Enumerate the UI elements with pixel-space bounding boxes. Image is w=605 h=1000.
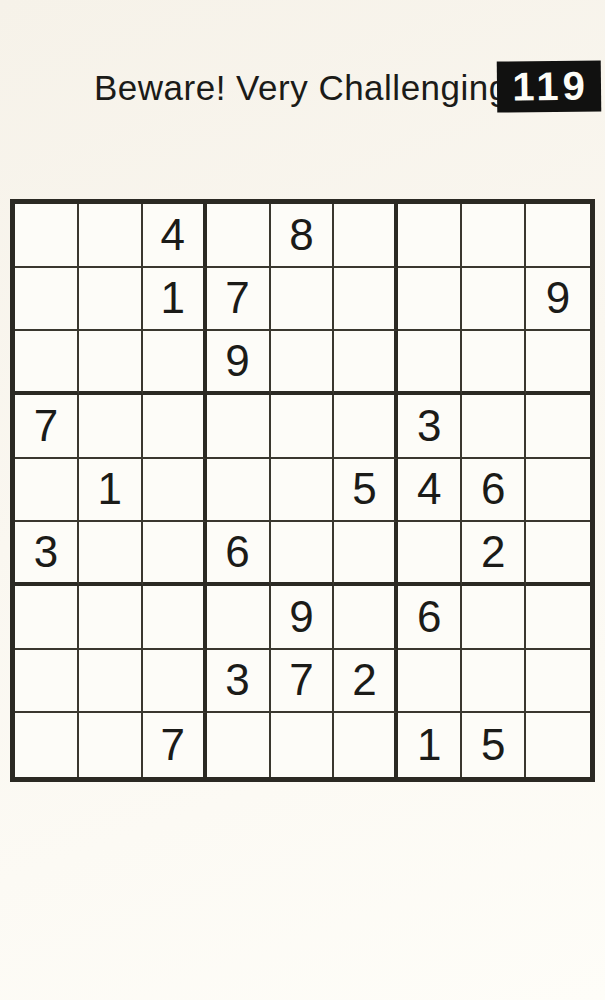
sudoku-cell-empty[interactable]	[526, 331, 590, 395]
sudoku-cell-empty[interactable]	[207, 395, 271, 459]
sudoku-cell-empty[interactable]	[271, 459, 335, 523]
sudoku-cell-empty[interactable]	[526, 395, 590, 459]
sudoku-cell-given: 4	[398, 459, 462, 523]
sudoku-cell-empty[interactable]	[79, 395, 143, 459]
sudoku-cell-empty[interactable]	[79, 268, 143, 332]
sudoku-cell-given: 7	[271, 650, 335, 714]
sudoku-cell-empty[interactable]	[398, 204, 462, 268]
puzzle-number-badge: 119	[497, 60, 602, 112]
sudoku-cell-empty[interactable]	[526, 650, 590, 714]
sudoku-cell-empty[interactable]	[334, 204, 398, 268]
sudoku-cell-empty[interactable]	[143, 395, 207, 459]
sudoku-cell-empty[interactable]	[207, 713, 271, 777]
sudoku-cell-given: 7	[15, 395, 79, 459]
sudoku-cell-empty[interactable]	[207, 586, 271, 650]
sudoku-cell-empty[interactable]	[15, 268, 79, 332]
sudoku-cell-empty[interactable]	[398, 522, 462, 586]
sudoku-cell-given: 6	[462, 459, 526, 523]
sudoku-cell-empty[interactable]	[526, 522, 590, 586]
sudoku-cell-empty[interactable]	[15, 459, 79, 523]
page-title: Beware! Very Challenging	[94, 68, 509, 108]
sudoku-cell-given: 3	[207, 650, 271, 714]
sudoku-cell-given: 4	[143, 204, 207, 268]
sudoku-cell-given: 1	[79, 459, 143, 523]
sudoku-cell-empty[interactable]	[271, 395, 335, 459]
sudoku-cell-empty[interactable]	[79, 204, 143, 268]
sudoku-cell-given: 8	[271, 204, 335, 268]
sudoku-cell-empty[interactable]	[207, 204, 271, 268]
sudoku-cell-given: 7	[207, 268, 271, 332]
sudoku-cell-empty[interactable]	[15, 586, 79, 650]
sudoku-cell-given: 5	[462, 713, 526, 777]
sudoku-cell-empty[interactable]	[398, 268, 462, 332]
sudoku-cell-empty[interactable]	[398, 331, 462, 395]
sudoku-cell-given: 5	[334, 459, 398, 523]
sudoku-cell-empty[interactable]	[79, 586, 143, 650]
sudoku-cell-empty[interactable]	[271, 522, 335, 586]
sudoku-cell-empty[interactable]	[334, 522, 398, 586]
sudoku-cell-empty[interactable]	[271, 331, 335, 395]
sudoku-cell-empty[interactable]	[15, 650, 79, 714]
scanned-puzzle-page: Beware! Very Challenging 119 48179973154…	[0, 0, 605, 1000]
puzzle-number: 119	[512, 64, 589, 110]
sudoku-cell-empty[interactable]	[398, 650, 462, 714]
sudoku-cell-empty[interactable]	[462, 331, 526, 395]
sudoku-cell-given: 1	[143, 268, 207, 332]
sudoku-cell-empty[interactable]	[334, 395, 398, 459]
sudoku-cell-empty[interactable]	[79, 713, 143, 777]
sudoku-cell-empty[interactable]	[462, 204, 526, 268]
sudoku-cell-empty[interactable]	[526, 586, 590, 650]
sudoku-cell-empty[interactable]	[271, 268, 335, 332]
sudoku-cell-given: 6	[207, 522, 271, 586]
sudoku-cell-empty[interactable]	[462, 586, 526, 650]
sudoku-cell-given: 2	[334, 650, 398, 714]
sudoku-cell-given: 3	[398, 395, 462, 459]
sudoku-cell-empty[interactable]	[143, 459, 207, 523]
sudoku-cell-empty[interactable]	[462, 395, 526, 459]
sudoku-cell-given: 9	[207, 331, 271, 395]
sudoku-cell-empty[interactable]	[143, 586, 207, 650]
sudoku-cell-given: 9	[526, 268, 590, 332]
sudoku-cell-given: 1	[398, 713, 462, 777]
sudoku-cell-given: 3	[15, 522, 79, 586]
sudoku-cell-empty[interactable]	[526, 459, 590, 523]
sudoku-cell-given: 9	[271, 586, 335, 650]
sudoku-cell-empty[interactable]	[462, 650, 526, 714]
sudoku-cell-empty[interactable]	[271, 713, 335, 777]
sudoku-cell-empty[interactable]	[334, 586, 398, 650]
sudoku-cell-empty[interactable]	[79, 650, 143, 714]
sudoku-cell-empty[interactable]	[15, 204, 79, 268]
sudoku-cell-empty[interactable]	[15, 713, 79, 777]
sudoku-cell-given: 6	[398, 586, 462, 650]
sudoku-cell-empty[interactable]	[526, 713, 590, 777]
sudoku-cell-given: 7	[143, 713, 207, 777]
sudoku-cell-given: 2	[462, 522, 526, 586]
sudoku-cell-empty[interactable]	[79, 522, 143, 586]
sudoku-cell-empty[interactable]	[79, 331, 143, 395]
sudoku-cell-empty[interactable]	[526, 204, 590, 268]
sudoku-cell-empty[interactable]	[207, 459, 271, 523]
sudoku-cell-empty[interactable]	[143, 331, 207, 395]
sudoku-cell-empty[interactable]	[334, 268, 398, 332]
sudoku-cell-empty[interactable]	[15, 331, 79, 395]
sudoku-cell-empty[interactable]	[143, 650, 207, 714]
sudoku-cell-empty[interactable]	[143, 522, 207, 586]
page-header: Beware! Very Challenging 119	[0, 58, 605, 118]
sudoku-cell-empty[interactable]	[334, 331, 398, 395]
sudoku-cell-empty[interactable]	[334, 713, 398, 777]
sudoku-grid: 48179973154636296372715	[10, 199, 595, 782]
sudoku-cell-empty[interactable]	[462, 268, 526, 332]
